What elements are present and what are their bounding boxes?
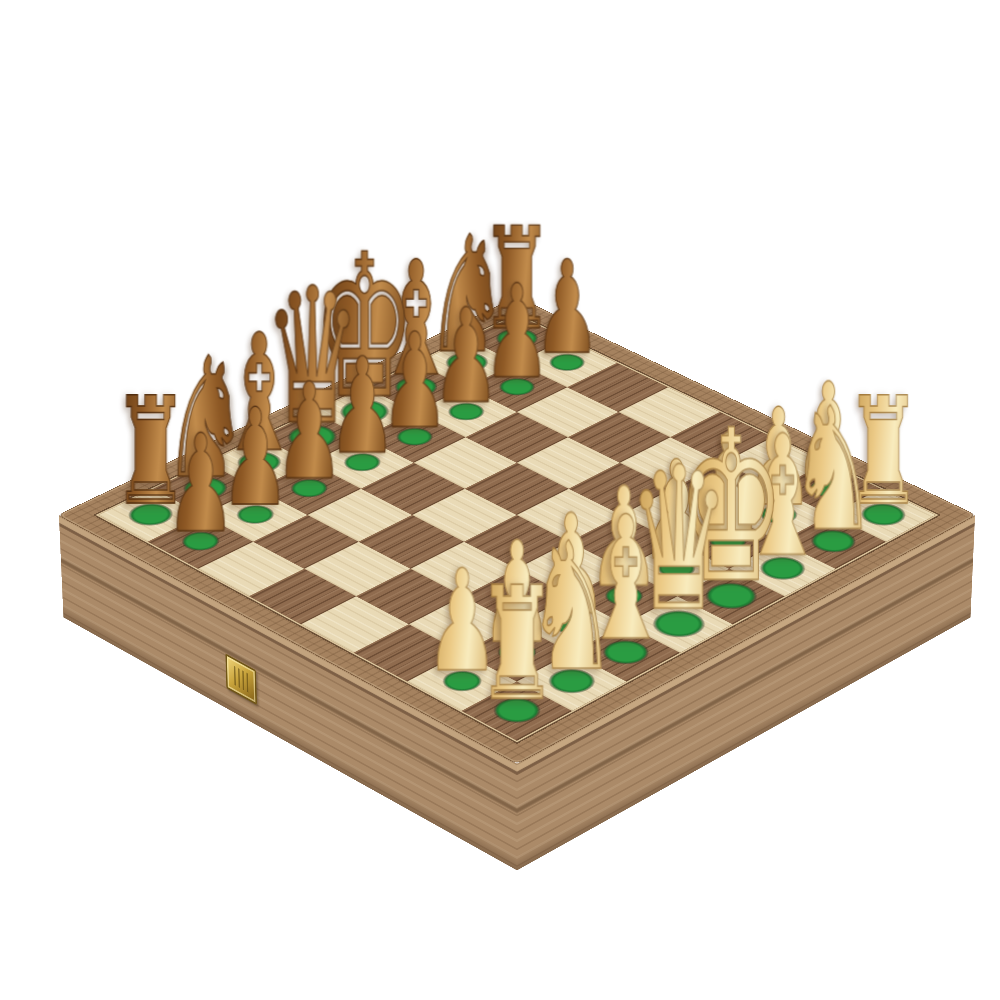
black-pawn-glyph: ♟ [166, 417, 236, 552]
white-rook-glyph: ♜ [476, 566, 557, 722]
board-frame: ♜♞♝♛♚♝♞♜♟♟♟♟♟♟♟♟♟♟♟♟♟♟♟♟♜♞♝♛♚♝♞♜ [59, 297, 975, 763]
chess-box: ♜♞♝♛♚♝♞♜♟♟♟♟♟♟♟♟♟♟♟♟♟♟♟♟♜♞♝♛♚♝♞♜ [59, 297, 975, 763]
brass-latch-icon[interactable] [225, 653, 256, 705]
scene: ♜♞♝♛♚♝♞♜♟♟♟♟♟♟♟♟♟♟♟♟♟♟♟♟♜♞♝♛♚♝♞♜ [0, 0, 1000, 1000]
